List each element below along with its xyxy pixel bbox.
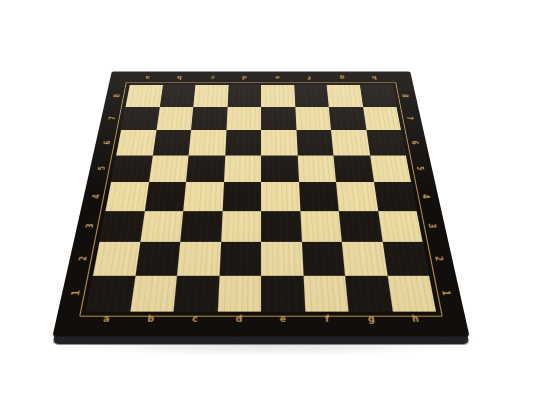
board-square [116,130,156,155]
board-square [363,107,401,130]
rank-label-left: 6 [104,141,112,145]
board-square [297,155,336,182]
board-square [152,130,191,155]
board-square [299,182,339,211]
file-label-top: d [242,75,247,79]
board-square [219,242,261,276]
board-square [225,130,261,155]
file-label-bottom: d [235,316,242,324]
file-label-top: f [308,75,311,79]
board-square [226,107,261,130]
rank-label-right: 4 [420,194,429,198]
board-square [261,155,299,182]
file-label-top: c [210,75,214,79]
file-label-top: a [145,75,150,79]
board-square [93,242,140,276]
rank-label-left: 4 [93,194,102,198]
rank-label-left: 8 [114,94,122,97]
board-square [359,85,396,107]
board-square [331,130,370,155]
file-label-top: b [177,75,182,79]
board-square [126,85,163,107]
playing-area [86,85,436,312]
board-square [261,211,301,242]
board-square [135,242,180,276]
board-square [382,242,429,276]
file-label-bottom: a [103,316,111,324]
file-label-bottom: c [192,316,198,324]
rank-label-right: 2 [433,256,443,261]
file-label-top: h [372,75,378,79]
rank-label-right: 5 [415,166,424,170]
board-square [186,155,225,182]
rank-label-right: 1 [440,290,450,295]
board-square [261,130,297,155]
board-square [140,211,183,242]
rank-label-left: 2 [79,256,89,261]
board-square [227,85,261,107]
board-square [378,211,423,242]
board-square [301,242,345,276]
file-label-bottom: h [411,316,419,324]
board-square [327,85,363,107]
file-label-top: g [339,75,344,79]
file-label-bottom: b [147,316,155,324]
board-square [156,107,193,130]
rank-label-left: 1 [72,290,82,295]
board-square [222,182,261,211]
board-square [191,107,227,130]
board-square [296,130,333,155]
board-square [336,182,378,211]
board-square [193,85,228,107]
rank-label-right: 3 [426,224,435,229]
board-square [121,107,159,130]
board-square [149,155,189,182]
file-label-top: e [275,75,280,79]
board-square [295,107,331,130]
board-square [177,242,221,276]
rank-label-left: 7 [109,117,117,120]
board-square [300,211,342,242]
board-square [261,85,295,107]
file-label-bottom: f [325,316,330,324]
rank-label-left: 3 [86,224,95,229]
board-square [303,275,349,311]
board-square [221,211,261,242]
board-square [374,182,417,211]
board-square [99,211,144,242]
board-square [130,275,177,311]
rank-label-left: 5 [98,166,107,170]
board-square [370,155,411,182]
product-photo-stage: aabbccddeeffgghh8877665544332211 [0,0,533,412]
board-square [342,242,387,276]
board-square [144,182,186,211]
board-square [329,107,366,130]
board-square [261,275,305,311]
file-label-bottom: e [280,316,287,324]
board-square [261,242,303,276]
board-square [183,182,223,211]
board-square [339,211,382,242]
rank-label-right: 8 [400,94,408,97]
board-square [294,85,329,107]
board-square [217,275,261,311]
board-square [86,275,135,311]
board-square [261,107,296,130]
rank-label-right: 6 [410,141,418,145]
board-square [111,155,152,182]
rank-label-right: 7 [405,117,413,120]
board-square [387,275,436,311]
board-square [189,130,226,155]
board-square [224,155,262,182]
board-square [261,182,300,211]
board-square [173,275,219,311]
board-square [180,211,222,242]
board-square [105,182,148,211]
board-square [159,85,195,107]
board-square [333,155,373,182]
file-label-bottom: g [368,316,376,324]
board-square [345,275,392,311]
chessboard: aabbccddeeffgghh8877665544332211 [52,71,469,336]
board-square [366,130,406,155]
